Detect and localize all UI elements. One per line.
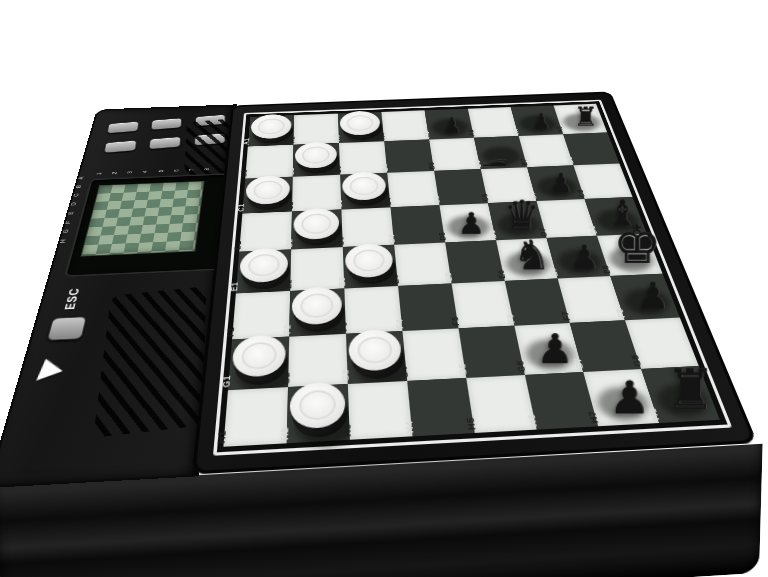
square-label: G4 xyxy=(399,366,410,378)
square-label: A3 xyxy=(334,134,342,141)
square-h7: H7♟ xyxy=(583,369,659,426)
square-h8: H8♜ xyxy=(641,366,720,423)
square-label: A8 xyxy=(555,126,565,133)
square-c2: C2 xyxy=(292,175,341,212)
esc-button[interactable] xyxy=(47,316,87,340)
product-photo: 12345678 ABCDEFGH ESC A1A2A3A4A5♟A6A7♟A8… xyxy=(0,0,768,577)
lcd-digit: 6 xyxy=(173,169,180,172)
square-d4: D4 xyxy=(391,205,446,245)
square-h5: H5 xyxy=(466,375,536,433)
square-label: B8 xyxy=(565,156,575,163)
black-rook: ♜ xyxy=(665,361,715,417)
console-letter: B xyxy=(75,185,82,189)
lcd-display xyxy=(67,175,228,276)
square-d5: D5♟ xyxy=(439,203,496,242)
black-checker xyxy=(291,390,348,439)
square-a1: A1 xyxy=(248,115,294,146)
square-label: A5 xyxy=(423,131,432,138)
console-letter: A xyxy=(77,176,84,180)
lcd-digit: 1 xyxy=(96,172,103,175)
function-key[interactable] xyxy=(107,121,139,133)
board-frame: A1A2A3A4A5♟A6A7♟A8♜B1B2B3B4B5B6♞B7B8C1C2… xyxy=(192,92,758,475)
square-a3: A3 xyxy=(338,112,384,143)
lcd-digit: 7 xyxy=(188,169,195,172)
black-checker xyxy=(232,342,287,386)
black-checker xyxy=(240,254,290,290)
square-label: H1 xyxy=(216,430,228,444)
board-border: A1A2A3A4A5♟A6A7♟A8♜B1B2B3B4B5B6♞B7B8C1C2… xyxy=(213,100,732,456)
black-pawn: ♟ xyxy=(457,209,484,239)
square-d3: D3 xyxy=(341,207,394,247)
square-label: E3 xyxy=(338,277,347,287)
square-b8: B8 xyxy=(563,132,619,165)
square-label: C1 xyxy=(237,203,246,211)
lcd-digit: 2 xyxy=(111,172,118,175)
square-label: H5 xyxy=(465,417,477,430)
square-label: B5 xyxy=(427,162,436,170)
square-label: H3 xyxy=(342,424,353,437)
square-label: G6 xyxy=(515,360,527,372)
square-label: A1 xyxy=(243,138,251,145)
square-d2: D2 xyxy=(291,209,343,249)
console-letter: D xyxy=(70,202,78,206)
console-letter: C xyxy=(72,193,79,197)
square-label: G5 xyxy=(457,363,469,375)
black-pawn: ♟ xyxy=(549,170,573,197)
square-label: F6 xyxy=(506,313,517,323)
black-queen: ♛ xyxy=(503,196,539,236)
lcd-digit: 3 xyxy=(127,171,134,174)
black-checker xyxy=(346,249,396,285)
square-e7: E7♟ xyxy=(547,236,611,279)
square-g4: G4 xyxy=(402,328,466,381)
square-e5: E5 xyxy=(445,240,505,283)
square-label: A6 xyxy=(467,129,476,136)
square-label: E4 xyxy=(391,274,401,284)
square-label: E2 xyxy=(284,279,293,289)
square-g6: G6♟ xyxy=(514,323,583,375)
black-pawn: ♟ xyxy=(536,329,573,370)
function-key[interactable] xyxy=(104,140,137,153)
esc-label: ESC xyxy=(61,283,84,315)
lcd-digit: 8 xyxy=(204,168,211,171)
square-label: F5 xyxy=(450,316,461,326)
white-checker xyxy=(347,329,402,372)
square-label: G7 xyxy=(573,357,586,369)
square-g1: G1 xyxy=(228,337,289,391)
square-label: F1 xyxy=(226,327,236,337)
square-label: G8 xyxy=(630,354,644,366)
square-c1: C1 xyxy=(242,177,292,214)
white-checker xyxy=(289,381,345,429)
black-king: ♚ xyxy=(613,218,661,271)
square-e8: E8♚ xyxy=(597,234,663,276)
white-checker xyxy=(344,243,393,279)
console-letter: G xyxy=(62,229,70,233)
black-pawn: ♟ xyxy=(636,278,669,315)
speaker-grille-icon xyxy=(93,286,206,438)
square-label: E6 xyxy=(496,270,507,279)
play-triangle-icon xyxy=(36,359,67,382)
function-key[interactable] xyxy=(151,118,182,130)
chess-computer-device: 12345678 ABCDEFGH ESC A1A2A3A4A5♟A6A7♟A8… xyxy=(0,90,763,488)
black-pawn: ♟ xyxy=(531,111,550,132)
square-e6: E6♞ xyxy=(496,238,558,281)
square-label: B4 xyxy=(381,164,390,172)
console-letter: E xyxy=(67,211,75,215)
square-c4: C4 xyxy=(387,171,439,207)
console-letter: H xyxy=(59,239,67,243)
square-label: H6 xyxy=(526,414,539,427)
square-label: F7 xyxy=(560,311,572,321)
square-label: A7 xyxy=(511,128,520,135)
square-g5: G5 xyxy=(459,326,525,378)
square-label: B7 xyxy=(520,158,530,165)
square-h1: H1 xyxy=(223,387,288,447)
square-label: H2 xyxy=(280,427,291,441)
lcd-digit: 4 xyxy=(142,170,149,173)
function-key[interactable] xyxy=(149,137,181,150)
square-b4: B4 xyxy=(384,139,434,172)
black-pawn: ♟ xyxy=(569,241,599,274)
square-label: F3 xyxy=(339,322,349,332)
black-pawn: ♟ xyxy=(442,115,461,136)
square-label: E1 xyxy=(230,282,240,292)
device-wrap: 12345678 ABCDEFGH ESC A1A2A3A4A5♟A6A7♟A8… xyxy=(0,90,763,488)
square-label: D4 xyxy=(387,234,396,243)
square-g7: G7 xyxy=(570,320,641,372)
black-checker xyxy=(293,293,344,333)
white-checker xyxy=(231,334,286,378)
square-label: B1 xyxy=(240,169,249,177)
black-pawn: ♟ xyxy=(608,375,649,421)
square-h4: H4 xyxy=(407,378,475,436)
square-f8: F8♟ xyxy=(610,274,680,321)
square-f5: F5 xyxy=(452,281,515,328)
square-label: D1 xyxy=(234,241,244,250)
square-label: E8 xyxy=(601,265,613,274)
square-f1: F1 xyxy=(232,291,290,339)
lcd-digit: 5 xyxy=(158,170,165,173)
square-label: B2 xyxy=(287,167,295,175)
white-checker xyxy=(238,247,288,283)
square-label: H7 xyxy=(587,410,601,423)
square-c3: C3 xyxy=(340,173,390,210)
square-f3: F3 xyxy=(344,286,402,334)
console-letter: F xyxy=(65,220,73,224)
black-rook: ♜ xyxy=(573,104,596,130)
square-d1: D1 xyxy=(239,211,292,251)
square-label: C6 xyxy=(481,193,491,201)
white-checker xyxy=(291,286,342,325)
black-knight: ♞ xyxy=(513,235,550,276)
square-label: D6 xyxy=(488,230,498,239)
square-h2: H2 xyxy=(287,384,350,443)
square-g2: G2 xyxy=(288,334,348,387)
square-b2: B2 xyxy=(293,143,340,177)
square-a8: A8♜ xyxy=(553,104,607,134)
chess-board: A1A2A3A4A5♟A6A7♟A8♜B1B2B3B4B5B6♞B7B8C1C2… xyxy=(223,104,720,447)
square-label: G2 xyxy=(281,372,291,385)
square-label: G1 xyxy=(221,375,232,388)
lcd-mini-board xyxy=(80,181,204,257)
black-checker xyxy=(350,336,405,380)
